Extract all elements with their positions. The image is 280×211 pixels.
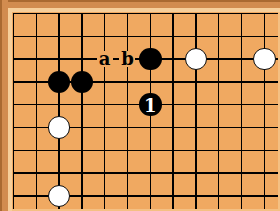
black-stone [139,48,162,71]
black-stone [48,70,71,93]
white-stone-disc [253,48,276,71]
white-stone-disc [185,48,208,71]
board-frame-top [0,0,280,8]
black-stone-disc [48,71,71,94]
frame-highlight-left [8,8,12,211]
black-stone: 1 [139,93,162,116]
move-number: 1 [144,96,157,114]
point-label-text: b [119,51,135,67]
go-board: 1ab [0,0,280,211]
white-stone [48,116,71,139]
white-stone [184,48,207,71]
black-stone-disc [139,48,162,71]
point-label-b: b [116,48,139,71]
point-label-text: a [97,51,113,67]
black-stone [70,70,93,93]
white-stone [48,184,71,207]
black-stone-disc: 1 [139,93,162,116]
frame-highlight-top [8,8,280,12]
point-label-a: a [93,48,116,71]
white-stone [253,48,276,71]
board-frame-left [0,0,8,211]
white-stone-disc [48,116,71,139]
white-stone-disc [48,185,71,208]
black-stone-disc [71,71,94,94]
board-grid: 1ab [2,2,276,207]
